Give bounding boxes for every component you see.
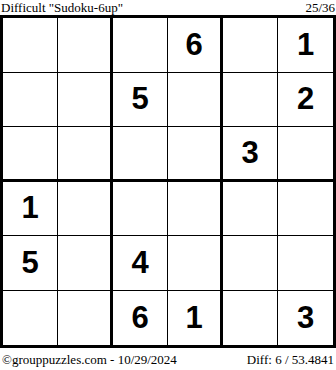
cell-r5c6[interactable] — [278, 236, 333, 291]
cell-r3c4[interactable] — [168, 127, 223, 182]
cell-r6c3[interactable]: 6 — [113, 291, 168, 346]
cell-r6c2[interactable] — [58, 291, 113, 346]
cell-r1c2[interactable] — [58, 18, 113, 73]
cell-r2c3[interactable]: 5 — [113, 73, 168, 128]
cell-r4c6[interactable] — [278, 182, 333, 237]
cell-r1c1[interactable] — [3, 18, 58, 73]
cell-r5c3[interactable]: 4 — [113, 236, 168, 291]
cell-r1c6[interactable]: 1 — [278, 18, 333, 73]
header: Difficult "Sudoku-6up" 25/36 — [0, 0, 336, 15]
cell-r6c4[interactable]: 1 — [168, 291, 223, 346]
cell-r5c4[interactable] — [168, 236, 223, 291]
copyright-text: ©grouppuzzles.com - 10/29/2024 — [2, 353, 177, 367]
cell-r2c2[interactable] — [58, 73, 113, 128]
cell-r2c4[interactable] — [168, 73, 223, 128]
cell-r1c5[interactable] — [223, 18, 278, 73]
cell-r2c1[interactable] — [3, 73, 58, 128]
cells-remaining-counter: 25/36 — [305, 1, 335, 15]
puzzle-page: Difficult "Sudoku-6up" 25/36 61523154613… — [0, 0, 336, 370]
cell-r4c2[interactable] — [58, 182, 113, 237]
cell-r6c5[interactable] — [223, 291, 278, 346]
footer: ©grouppuzzles.com - 10/29/2024 Diff: 6 /… — [0, 353, 336, 367]
cell-r4c5[interactable] — [223, 182, 278, 237]
cell-r5c5[interactable] — [223, 236, 278, 291]
cell-r4c3[interactable] — [113, 182, 168, 237]
cell-r5c2[interactable] — [58, 236, 113, 291]
difficulty-text: Diff: 6 / 53.4841 — [247, 353, 334, 367]
cell-r3c5[interactable]: 3 — [223, 127, 278, 182]
cell-r3c1[interactable] — [3, 127, 58, 182]
cell-r1c3[interactable] — [113, 18, 168, 73]
cell-r3c2[interactable] — [58, 127, 113, 182]
sudoku-grid: 61523154613 — [0, 15, 336, 348]
cell-r4c4[interactable] — [168, 182, 223, 237]
cell-r1c4[interactable]: 6 — [168, 18, 223, 73]
cell-r2c5[interactable] — [223, 73, 278, 128]
cell-r6c6[interactable]: 3 — [278, 291, 333, 346]
puzzle-title: Difficult "Sudoku-6up" — [1, 1, 123, 15]
cell-r4c1[interactable]: 1 — [3, 182, 58, 237]
cell-r6c1[interactable] — [3, 291, 58, 346]
cell-r5c1[interactable]: 5 — [3, 236, 58, 291]
cell-r3c3[interactable] — [113, 127, 168, 182]
cell-r3c6[interactable] — [278, 127, 333, 182]
cell-r2c6[interactable]: 2 — [278, 73, 333, 128]
